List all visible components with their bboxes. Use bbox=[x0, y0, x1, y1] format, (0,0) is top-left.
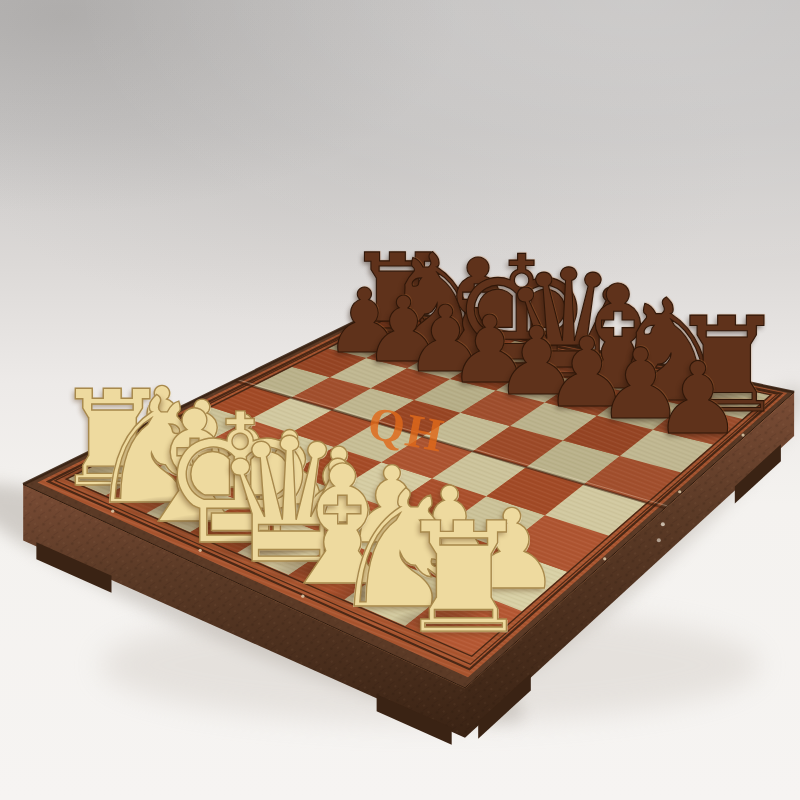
piece-black-pawn-a7[interactable]: ♟ bbox=[648, 349, 748, 449]
product-photo-scene: QH ♜♞♟♝♟♚♟♛♟♝♟♞♟♜♟♟♟♟♜♟♞♟♝♟♚♟♛♟♝♟♞♜ bbox=[0, 0, 800, 800]
pieces-layer: ♜♞♟♝♟♚♟♛♟♝♟♞♟♜♟♟♟♟♜♟♞♟♝♟♚♟♛♟♝♟♞♜ bbox=[0, 0, 800, 800]
piece-white-rook-a1[interactable]: ♜ bbox=[388, 503, 540, 655]
